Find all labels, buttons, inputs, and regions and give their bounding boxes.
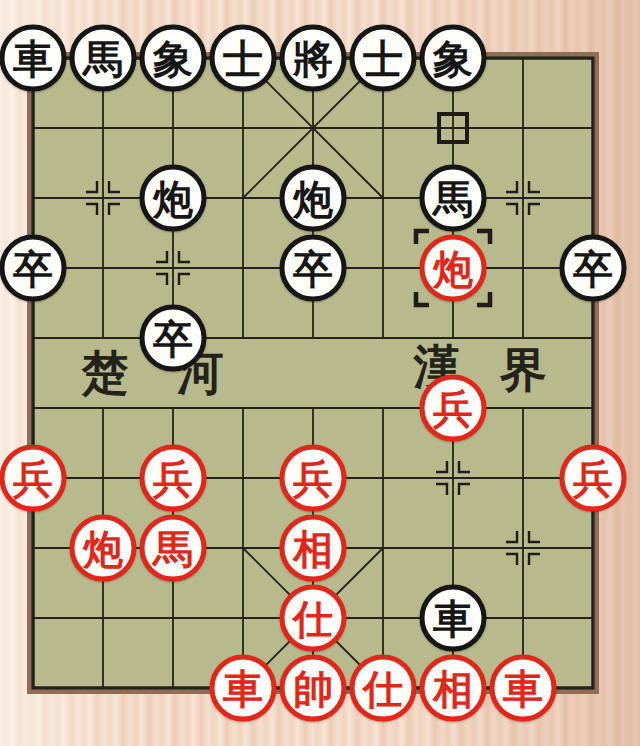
red-advisor-f10[interactable]: 仕: [350, 655, 417, 722]
cell-g8[interactable]: [418, 513, 488, 583]
piece-glyph: 炮: [83, 528, 123, 568]
cell-g6[interactable]: 兵: [418, 373, 488, 443]
cell-i5[interactable]: [558, 303, 628, 373]
cell-c10[interactable]: [138, 653, 208, 723]
cell-i8[interactable]: [558, 513, 628, 583]
cell-h4[interactable]: [488, 233, 558, 303]
piece-glyph: 車: [433, 598, 473, 638]
cell-a5[interactable]: [0, 303, 68, 373]
piece-glyph: 相: [293, 528, 333, 568]
cell-c3[interactable]: 炮: [138, 163, 208, 233]
cell-i1[interactable]: [558, 23, 628, 93]
piece-glyph: 士: [363, 38, 403, 78]
piece-glyph: 象: [153, 38, 193, 78]
xiangqi-board-screenshot: 楚河漢界 車馬象士將士象炮炮馬卒卒炮卒卒兵兵兵兵兵炮馬相仕車車帥仕相車: [0, 0, 640, 746]
cell-c4[interactable]: [138, 233, 208, 303]
red-general-e10[interactable]: 帥: [280, 655, 347, 722]
cell-h5[interactable]: [488, 303, 558, 373]
cell-f2[interactable]: [348, 93, 418, 163]
cell-g5[interactable]: [418, 303, 488, 373]
cell-b2[interactable]: [68, 93, 138, 163]
cell-i6[interactable]: [558, 373, 628, 443]
black-soldier-e4[interactable]: 卒: [280, 235, 347, 302]
black-horse-g3[interactable]: 馬: [420, 165, 487, 232]
cell-f3[interactable]: [348, 163, 418, 233]
cell-h10[interactable]: 車: [488, 653, 558, 723]
piece-glyph: 馬: [153, 528, 193, 568]
cell-f8[interactable]: [348, 513, 418, 583]
cell-d6[interactable]: [208, 373, 278, 443]
piece-glyph: 車: [223, 668, 263, 708]
cell-i10[interactable]: [558, 653, 628, 723]
cell-c8[interactable]: 馬: [138, 513, 208, 583]
cell-f9[interactable]: [348, 583, 418, 653]
piece-glyph: 卒: [153, 318, 193, 358]
red-elephant-e8[interactable]: 相: [280, 515, 347, 582]
black-elephant-c1[interactable]: 象: [140, 25, 207, 92]
cell-a7[interactable]: 兵: [0, 443, 68, 513]
cell-g3[interactable]: 馬: [418, 163, 488, 233]
cell-i7[interactable]: 兵: [558, 443, 628, 513]
red-chariot-d10[interactable]: 車: [210, 655, 277, 722]
cell-d2[interactable]: [208, 93, 278, 163]
black-soldier-c5[interactable]: 卒: [140, 305, 207, 372]
cell-a4[interactable]: 卒: [0, 233, 68, 303]
cell-f7[interactable]: [348, 443, 418, 513]
piece-glyph: 士: [223, 38, 263, 78]
red-soldier-a7[interactable]: 兵: [0, 445, 67, 512]
cell-f1[interactable]: 士: [348, 23, 418, 93]
cell-d7[interactable]: [208, 443, 278, 513]
cell-e8[interactable]: 相: [278, 513, 348, 583]
cell-e5[interactable]: [278, 303, 348, 373]
cell-c6[interactable]: [138, 373, 208, 443]
piece-glyph: 馬: [83, 38, 123, 78]
xiangqi-board-grid: 車馬象士將士象炮炮馬卒卒炮卒卒兵兵兵兵兵炮馬相仕車車帥仕相車: [0, 23, 628, 723]
piece-glyph: 兵: [573, 458, 613, 498]
cell-h3[interactable]: [488, 163, 558, 233]
piece-glyph: 帥: [293, 668, 333, 708]
cell-i2[interactable]: [558, 93, 628, 163]
cell-a3[interactable]: [0, 163, 68, 233]
black-cannon-e3[interactable]: 炮: [280, 165, 347, 232]
cell-b4[interactable]: [68, 233, 138, 303]
cell-f5[interactable]: [348, 303, 418, 373]
black-elephant-g1[interactable]: 象: [420, 25, 487, 92]
cell-b7[interactable]: [68, 443, 138, 513]
cell-a6[interactable]: [0, 373, 68, 443]
cell-b10[interactable]: [68, 653, 138, 723]
cell-d3[interactable]: [208, 163, 278, 233]
cell-c9[interactable]: [138, 583, 208, 653]
red-chariot-h10[interactable]: 車: [490, 655, 557, 722]
black-soldier-i4[interactable]: 卒: [560, 235, 627, 302]
cell-b8[interactable]: 炮: [68, 513, 138, 583]
cell-a10[interactable]: [0, 653, 68, 723]
piece-glyph: 象: [433, 38, 473, 78]
cell-e7[interactable]: 兵: [278, 443, 348, 513]
piece-glyph: 車: [503, 668, 543, 708]
piece-glyph: 炮: [293, 178, 333, 218]
piece-glyph: 仕: [293, 598, 333, 638]
black-chariot-a1[interactable]: 車: [0, 25, 67, 92]
cell-h2[interactable]: [488, 93, 558, 163]
piece-glyph: 車: [13, 38, 53, 78]
red-soldier-e7[interactable]: 兵: [280, 445, 347, 512]
cell-h1[interactable]: [488, 23, 558, 93]
cell-a8[interactable]: [0, 513, 68, 583]
cell-e3[interactable]: 炮: [278, 163, 348, 233]
red-soldier-i7[interactable]: 兵: [560, 445, 627, 512]
cell-f4[interactable]: [348, 233, 418, 303]
cell-b9[interactable]: [68, 583, 138, 653]
cell-b5[interactable]: [68, 303, 138, 373]
cell-e2[interactable]: [278, 93, 348, 163]
black-cannon-c3[interactable]: 炮: [140, 165, 207, 232]
cell-d9[interactable]: [208, 583, 278, 653]
piece-glyph: 兵: [433, 388, 473, 428]
black-advisor-f1[interactable]: 士: [350, 25, 417, 92]
cell-i9[interactable]: [558, 583, 628, 653]
red-elephant-g10[interactable]: 相: [420, 655, 487, 722]
cell-c5[interactable]: 卒: [138, 303, 208, 373]
piece-glyph: 卒: [13, 248, 53, 288]
piece-glyph: 炮: [153, 178, 193, 218]
cell-i3[interactable]: [558, 163, 628, 233]
cell-b1[interactable]: 馬: [68, 23, 138, 93]
cell-e1[interactable]: 將: [278, 23, 348, 93]
black-soldier-a4[interactable]: 卒: [0, 235, 67, 302]
cell-a1[interactable]: 車: [0, 23, 68, 93]
cell-i4[interactable]: 卒: [558, 233, 628, 303]
piece-glyph: 兵: [293, 458, 333, 498]
piece-glyph: 卒: [573, 248, 613, 288]
cell-d5[interactable]: [208, 303, 278, 373]
piece-glyph: 卒: [293, 248, 333, 288]
red-cannon-b8[interactable]: 炮: [70, 515, 137, 582]
cell-g2[interactable]: [418, 93, 488, 163]
cell-a9[interactable]: [0, 583, 68, 653]
black-general-e1[interactable]: 將: [280, 25, 347, 92]
cell-b6[interactable]: [68, 373, 138, 443]
cell-h6[interactable]: [488, 373, 558, 443]
cell-d4[interactable]: [208, 233, 278, 303]
red-cannon-g4[interactable]: 炮: [420, 235, 487, 302]
black-advisor-d1[interactable]: 士: [210, 25, 277, 92]
piece-glyph: 馬: [433, 178, 473, 218]
cell-d1[interactable]: 士: [208, 23, 278, 93]
black-horse-b1[interactable]: 馬: [70, 25, 137, 92]
cell-h9[interactable]: [488, 583, 558, 653]
piece-glyph: 相: [433, 668, 473, 708]
cell-g4[interactable]: 炮: [418, 233, 488, 303]
piece-glyph: 炮: [433, 248, 473, 288]
cell-g7[interactable]: [418, 443, 488, 513]
cell-g9[interactable]: 車: [418, 583, 488, 653]
cell-g1[interactable]: 象: [418, 23, 488, 93]
cell-c1[interactable]: 象: [138, 23, 208, 93]
cell-a2[interactable]: [0, 93, 68, 163]
red-advisor-e9[interactable]: 仕: [280, 585, 347, 652]
red-soldier-g6[interactable]: 兵: [420, 375, 487, 442]
piece-glyph: 兵: [153, 458, 193, 498]
cell-c7[interactable]: 兵: [138, 443, 208, 513]
piece-glyph: 將: [293, 38, 333, 78]
red-soldier-c7[interactable]: 兵: [140, 445, 207, 512]
black-chariot-g9[interactable]: 車: [420, 585, 487, 652]
cell-f10[interactable]: 仕: [348, 653, 418, 723]
cell-e10[interactable]: 帥: [278, 653, 348, 723]
cell-f6[interactable]: [348, 373, 418, 443]
cell-c2[interactable]: [138, 93, 208, 163]
cell-g10[interactable]: 相: [418, 653, 488, 723]
cell-h8[interactable]: [488, 513, 558, 583]
cell-d8[interactable]: [208, 513, 278, 583]
cell-d10[interactable]: 車: [208, 653, 278, 723]
cell-e9[interactable]: 仕: [278, 583, 348, 653]
piece-glyph: 仕: [363, 668, 403, 708]
cell-e6[interactable]: [278, 373, 348, 443]
red-horse-c8[interactable]: 馬: [140, 515, 207, 582]
piece-glyph: 兵: [13, 458, 53, 498]
cell-h7[interactable]: [488, 443, 558, 513]
cell-e4[interactable]: 卒: [278, 233, 348, 303]
cell-b3[interactable]: [68, 163, 138, 233]
